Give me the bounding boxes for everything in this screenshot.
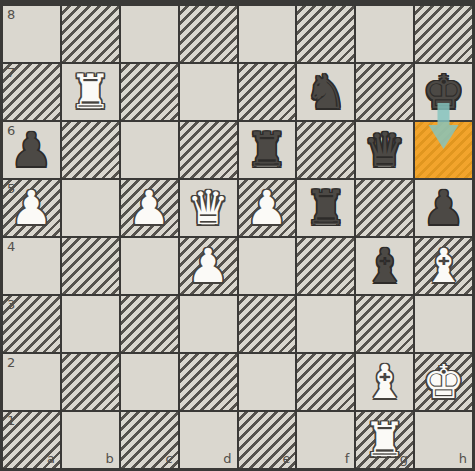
file-label-d: d [223, 452, 231, 465]
square-h4[interactable]: ♝ [415, 238, 472, 294]
square-b6[interactable] [62, 122, 119, 178]
square-g5[interactable] [356, 180, 413, 236]
piece-black-pawn-a6[interactable]: ♟ [10, 126, 52, 173]
file-label-e: e [282, 452, 290, 465]
square-f2[interactable] [297, 354, 354, 410]
piece-black-king-h7[interactable]: ♚ [422, 68, 464, 115]
square-a8[interactable]: 8 [3, 6, 60, 62]
square-f4[interactable] [297, 238, 354, 294]
square-a6[interactable]: 6♟ [3, 122, 60, 178]
piece-black-knight-f7[interactable]: ♞ [305, 68, 347, 115]
square-c7[interactable] [121, 64, 178, 120]
square-f3[interactable] [297, 296, 354, 352]
piece-black-bishop-g4[interactable]: ♝ [364, 242, 406, 289]
square-e3[interactable] [239, 296, 296, 352]
piece-black-rook-f5[interactable]: ♜ [305, 184, 347, 231]
square-h1[interactable]: h [415, 412, 472, 468]
file-label-c: c [165, 452, 172, 465]
square-c8[interactable] [121, 6, 178, 62]
square-f5[interactable]: ♜ [297, 180, 354, 236]
square-a3[interactable]: 3 [3, 296, 60, 352]
square-d7[interactable] [180, 64, 237, 120]
square-e8[interactable] [239, 6, 296, 62]
square-d5[interactable]: ♛ [180, 180, 237, 236]
square-e2[interactable] [239, 354, 296, 410]
square-e6[interactable]: ♜ [239, 122, 296, 178]
piece-black-pawn-h5[interactable]: ♟ [422, 184, 464, 231]
piece-white-pawn-a5[interactable]: ♟ [10, 184, 52, 231]
square-d8[interactable] [180, 6, 237, 62]
rank-label-2: 2 [7, 356, 15, 369]
square-d2[interactable] [180, 354, 237, 410]
square-e7[interactable] [239, 64, 296, 120]
piece-white-bishop-h4[interactable]: ♝ [422, 242, 464, 289]
square-f6[interactable] [297, 122, 354, 178]
square-e4[interactable] [239, 238, 296, 294]
square-c1[interactable]: c [121, 412, 178, 468]
piece-white-rook-g1[interactable]: ♜ [364, 416, 406, 463]
square-e5[interactable]: ♟ [239, 180, 296, 236]
square-b1[interactable]: b [62, 412, 119, 468]
square-g2[interactable]: ♝ [356, 354, 413, 410]
square-d6[interactable] [180, 122, 237, 178]
file-label-a: a [47, 452, 55, 465]
square-g8[interactable] [356, 6, 413, 62]
square-b8[interactable] [62, 6, 119, 62]
square-h2[interactable]: ♚ [415, 354, 472, 410]
rank-label-4: 4 [7, 240, 15, 253]
square-a4[interactable]: 4 [3, 238, 60, 294]
square-c6[interactable] [121, 122, 178, 178]
chess-board: 87♜♞♚6♟♜♛5♟♟♛♟♜♟4♟♝♝32♝♚1abcdefg♜h [3, 6, 472, 468]
piece-white-pawn-c5[interactable]: ♟ [128, 184, 170, 231]
square-h7[interactable]: ♚ [415, 64, 472, 120]
rank-label-1: 1 [7, 414, 15, 427]
square-h8[interactable] [415, 6, 472, 62]
square-d1[interactable]: d [180, 412, 237, 468]
square-e1[interactable]: e [239, 412, 296, 468]
piece-white-pawn-d4[interactable]: ♟ [187, 242, 229, 289]
square-g4[interactable]: ♝ [356, 238, 413, 294]
file-label-f: f [345, 452, 350, 465]
piece-white-king-h2[interactable]: ♚ [422, 358, 464, 405]
chess-board-frame: 87♜♞♚6♟♜♛5♟♟♛♟♜♟4♟♝♝32♝♚1abcdefg♜h [0, 0, 475, 471]
square-c2[interactable] [121, 354, 178, 410]
square-a2[interactable]: 2 [3, 354, 60, 410]
square-g6[interactable]: ♛ [356, 122, 413, 178]
piece-white-pawn-e5[interactable]: ♟ [246, 184, 288, 231]
square-h5[interactable]: ♟ [415, 180, 472, 236]
square-d4[interactable]: ♟ [180, 238, 237, 294]
square-c5[interactable]: ♟ [121, 180, 178, 236]
square-c4[interactable] [121, 238, 178, 294]
square-a1[interactable]: 1a [3, 412, 60, 468]
square-f7[interactable]: ♞ [297, 64, 354, 120]
square-g3[interactable] [356, 296, 413, 352]
piece-white-queen-d5[interactable]: ♛ [187, 184, 229, 231]
piece-white-bishop-g2[interactable]: ♝ [364, 358, 406, 405]
square-a7[interactable]: 7 [3, 64, 60, 120]
square-f1[interactable]: f [297, 412, 354, 468]
square-b4[interactable] [62, 238, 119, 294]
square-b3[interactable] [62, 296, 119, 352]
square-h6[interactable] [415, 122, 472, 178]
piece-black-queen-g6[interactable]: ♛ [364, 126, 406, 173]
file-label-b: b [105, 452, 113, 465]
square-a5[interactable]: 5♟ [3, 180, 60, 236]
square-d3[interactable] [180, 296, 237, 352]
file-label-h: h [459, 452, 467, 465]
square-g1[interactable]: g♜ [356, 412, 413, 468]
square-b5[interactable] [62, 180, 119, 236]
square-f8[interactable] [297, 6, 354, 62]
piece-white-rook-b7[interactable]: ♜ [69, 68, 111, 115]
square-h3[interactable] [415, 296, 472, 352]
rank-label-7: 7 [7, 66, 15, 79]
square-g7[interactable] [356, 64, 413, 120]
rank-label-8: 8 [7, 8, 15, 21]
rank-label-3: 3 [7, 298, 15, 311]
square-b7[interactable]: ♜ [62, 64, 119, 120]
square-c3[interactable] [121, 296, 178, 352]
piece-black-rook-e6[interactable]: ♜ [246, 126, 288, 173]
square-b2[interactable] [62, 354, 119, 410]
